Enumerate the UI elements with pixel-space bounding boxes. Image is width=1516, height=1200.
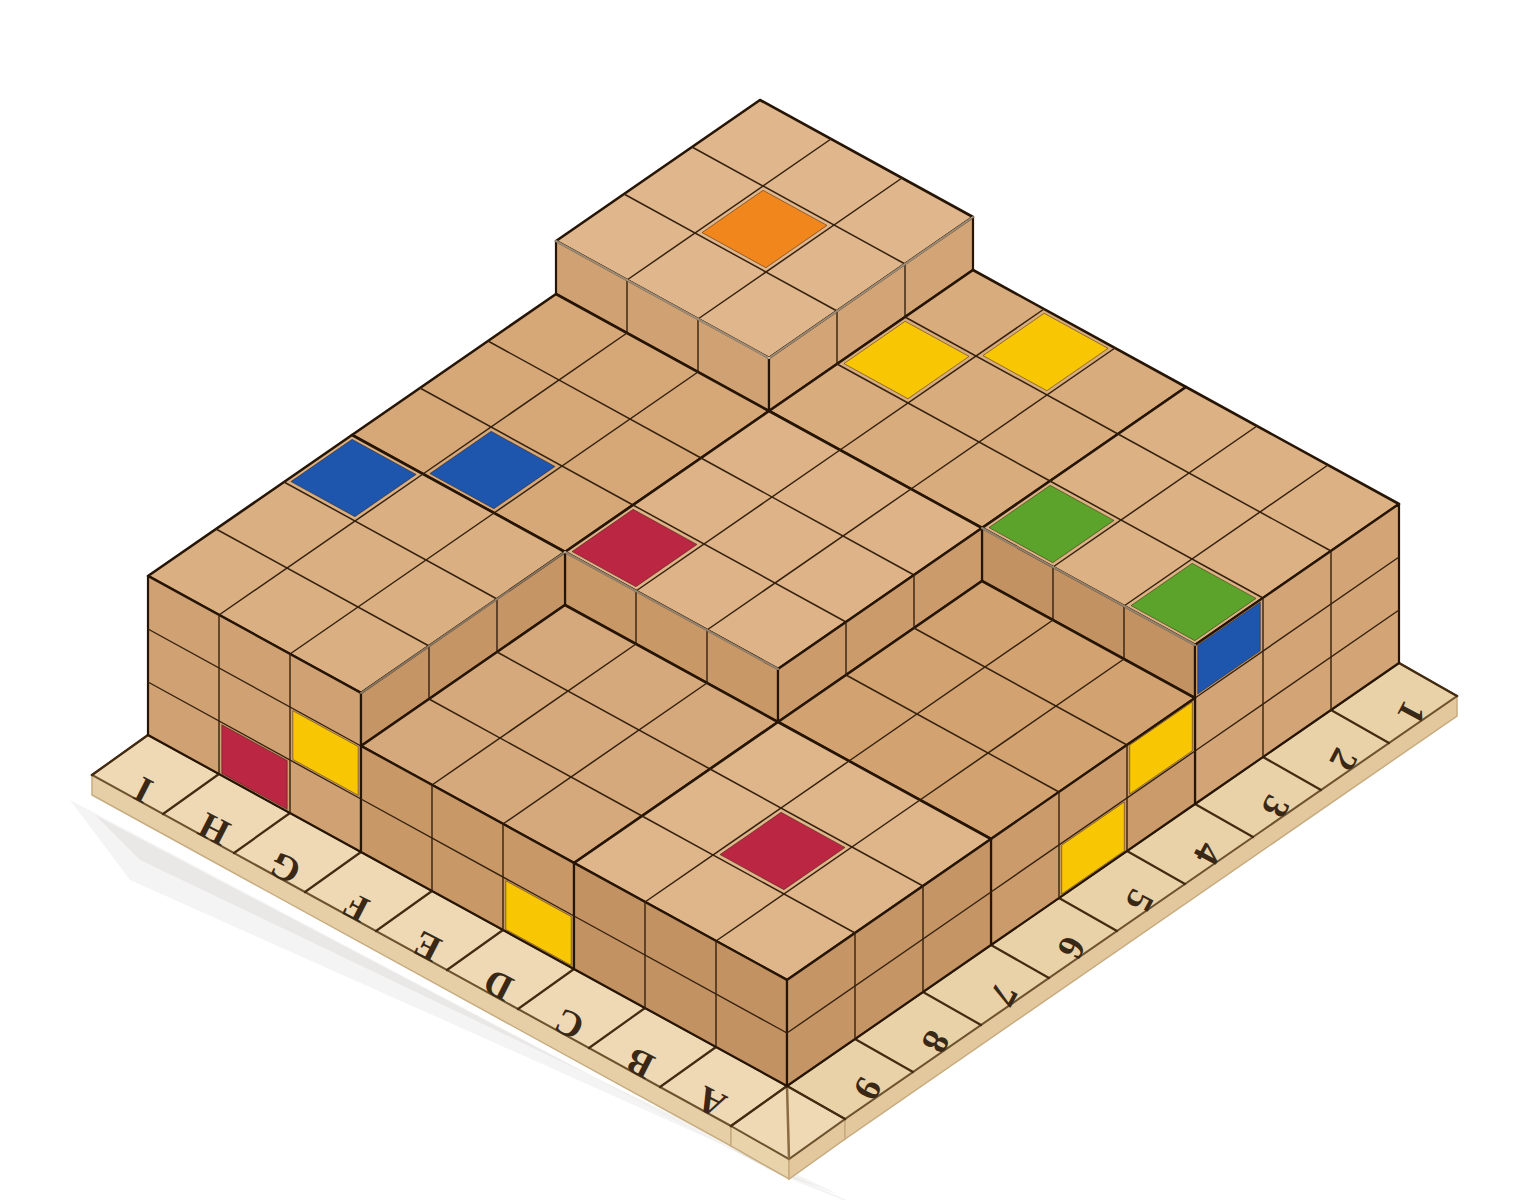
game-board-svg: I1H2G3F4E5D6C7B8A9: [0, 0, 1516, 1200]
photo-stage: I1H2G3F4E5D6C7B8A9: [0, 0, 1516, 1200]
